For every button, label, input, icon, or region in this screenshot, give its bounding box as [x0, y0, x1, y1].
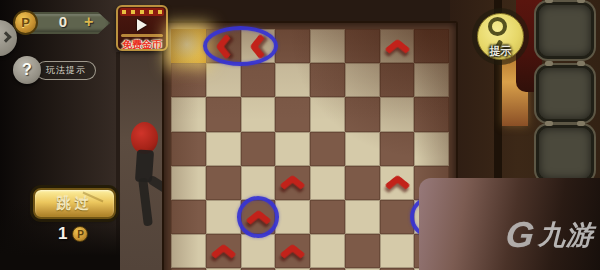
board-cell-r7c7[interactable] [380, 234, 415, 268]
hinge-icon [577, 61, 585, 66]
chevron-up-icon [210, 244, 237, 265]
sign-divider [121, 34, 163, 37]
hint-label: 提示 [472, 44, 529, 59]
board-cell-r4c8[interactable] [414, 132, 449, 166]
board-cell-r1c1[interactable] [171, 29, 206, 63]
board-cell-r4c7[interactable] [380, 132, 415, 166]
board-cell-r3c8[interactable] [414, 97, 449, 131]
board-cell-r5c1[interactable] [171, 166, 206, 200]
hint-button[interactable]: 提示 [472, 8, 529, 65]
hinge-icon [577, 0, 585, 3]
hinge-icon [545, 121, 553, 126]
board-cell-r7c5[interactable] [310, 234, 345, 268]
board-cell-r4c3[interactable] [241, 132, 276, 166]
skip-cost: 1 P [58, 224, 88, 244]
chevron-up-icon [279, 244, 306, 265]
coin-count: 0 [48, 13, 78, 30]
board-cell-r6c7[interactable] [380, 200, 415, 234]
hinge-icon [577, 121, 585, 126]
board-cell-r6c2[interactable] [206, 200, 241, 234]
9game-logo-icon: G [504, 217, 536, 253]
board-cell-r5c5[interactable] [310, 166, 345, 200]
magnifier-icon [488, 17, 507, 36]
blue-annotation-circle [237, 196, 280, 238]
board-cell-r2c1[interactable] [171, 63, 206, 97]
blue-annotation-circle [203, 26, 279, 66]
board-cell-r3c4[interactable] [275, 97, 310, 131]
chevron-right-icon [0, 31, 11, 42]
board-cell-r1c6[interactable] [345, 29, 380, 63]
board-cell-r3c7[interactable] [380, 97, 415, 131]
arrow-up[interactable] [375, 166, 418, 200]
board-cell-r1c4[interactable] [275, 29, 310, 63]
chevron-up-icon [384, 175, 411, 196]
inventory-slot-1[interactable] [536, 2, 594, 59]
play-video-icon [118, 16, 166, 34]
p-coin-icon-small: P [72, 226, 88, 242]
hinge-icon [545, 61, 553, 66]
cost-value: 1 [58, 224, 67, 244]
board-cell-r2c6[interactable] [345, 63, 380, 97]
board-cell-r2c2[interactable] [206, 63, 241, 97]
board-cell-r2c7[interactable] [380, 63, 415, 97]
add-coins-button[interactable]: + [84, 13, 93, 31]
p-coin-icon: P [13, 10, 38, 35]
board-cell-r2c4[interactable] [275, 63, 310, 97]
free-coins-label: 免费金币 [118, 38, 166, 51]
inventory-slot-2[interactable] [536, 65, 594, 122]
chevron-up-icon [384, 38, 411, 59]
chevron-up-icon [279, 175, 306, 196]
board-cell-r2c5[interactable] [310, 63, 345, 97]
skip-button[interactable]: 跳过 [33, 188, 116, 219]
board-cell-r4c6[interactable] [345, 132, 380, 166]
game-screen: 0 + P ? 玩法提示 免费金币 提示 跳过 1 P G 九游 [0, 0, 600, 270]
sign-marquee [120, 8, 164, 16]
board-cell-r1c5[interactable] [310, 29, 345, 63]
9game-watermark: G 九游 [506, 217, 594, 253]
board-cell-r3c6[interactable] [345, 97, 380, 131]
board-cell-r1c8[interactable] [414, 29, 449, 63]
board-cell-r4c2[interactable] [206, 132, 241, 166]
skip-label: 跳过 [57, 195, 93, 213]
board-cell-r4c1[interactable] [171, 132, 206, 166]
arrow-up[interactable] [375, 29, 418, 63]
board-cell-r2c8[interactable] [414, 63, 449, 97]
9game-text: 九游 [538, 217, 594, 253]
how-to-play-label[interactable]: 玩法提示 [36, 61, 96, 80]
arrow-up[interactable] [271, 234, 314, 268]
board-cell-r6c1[interactable] [171, 200, 206, 234]
free-coins-ad-button[interactable]: 免费金币 [116, 5, 168, 51]
board-cell-r3c3[interactable] [241, 97, 276, 131]
board-cell-r3c1[interactable] [171, 97, 206, 131]
board-cell-r4c5[interactable] [310, 132, 345, 166]
board-cell-r7c1[interactable] [171, 234, 206, 268]
inventory-slot-3[interactable] [536, 125, 594, 182]
board-cell-r6c6[interactable] [345, 200, 380, 234]
board-cell-r3c2[interactable] [206, 97, 241, 131]
board-cell-r5c2[interactable] [206, 166, 241, 200]
help-button[interactable]: ? [13, 56, 41, 84]
board-cell-r6c4[interactable] [275, 200, 310, 234]
hinge-icon [545, 0, 553, 3]
board-cell-r3c5[interactable] [310, 97, 345, 131]
arrow-up[interactable] [271, 166, 314, 200]
board-cell-r2c3[interactable] [241, 63, 276, 97]
board-cell-r7c6[interactable] [345, 234, 380, 268]
arrow-up[interactable] [201, 234, 244, 268]
board-cell-r4c4[interactable] [275, 132, 310, 166]
board-cell-r5c6[interactable] [345, 166, 380, 200]
board-cell-r6c5[interactable] [310, 200, 345, 234]
